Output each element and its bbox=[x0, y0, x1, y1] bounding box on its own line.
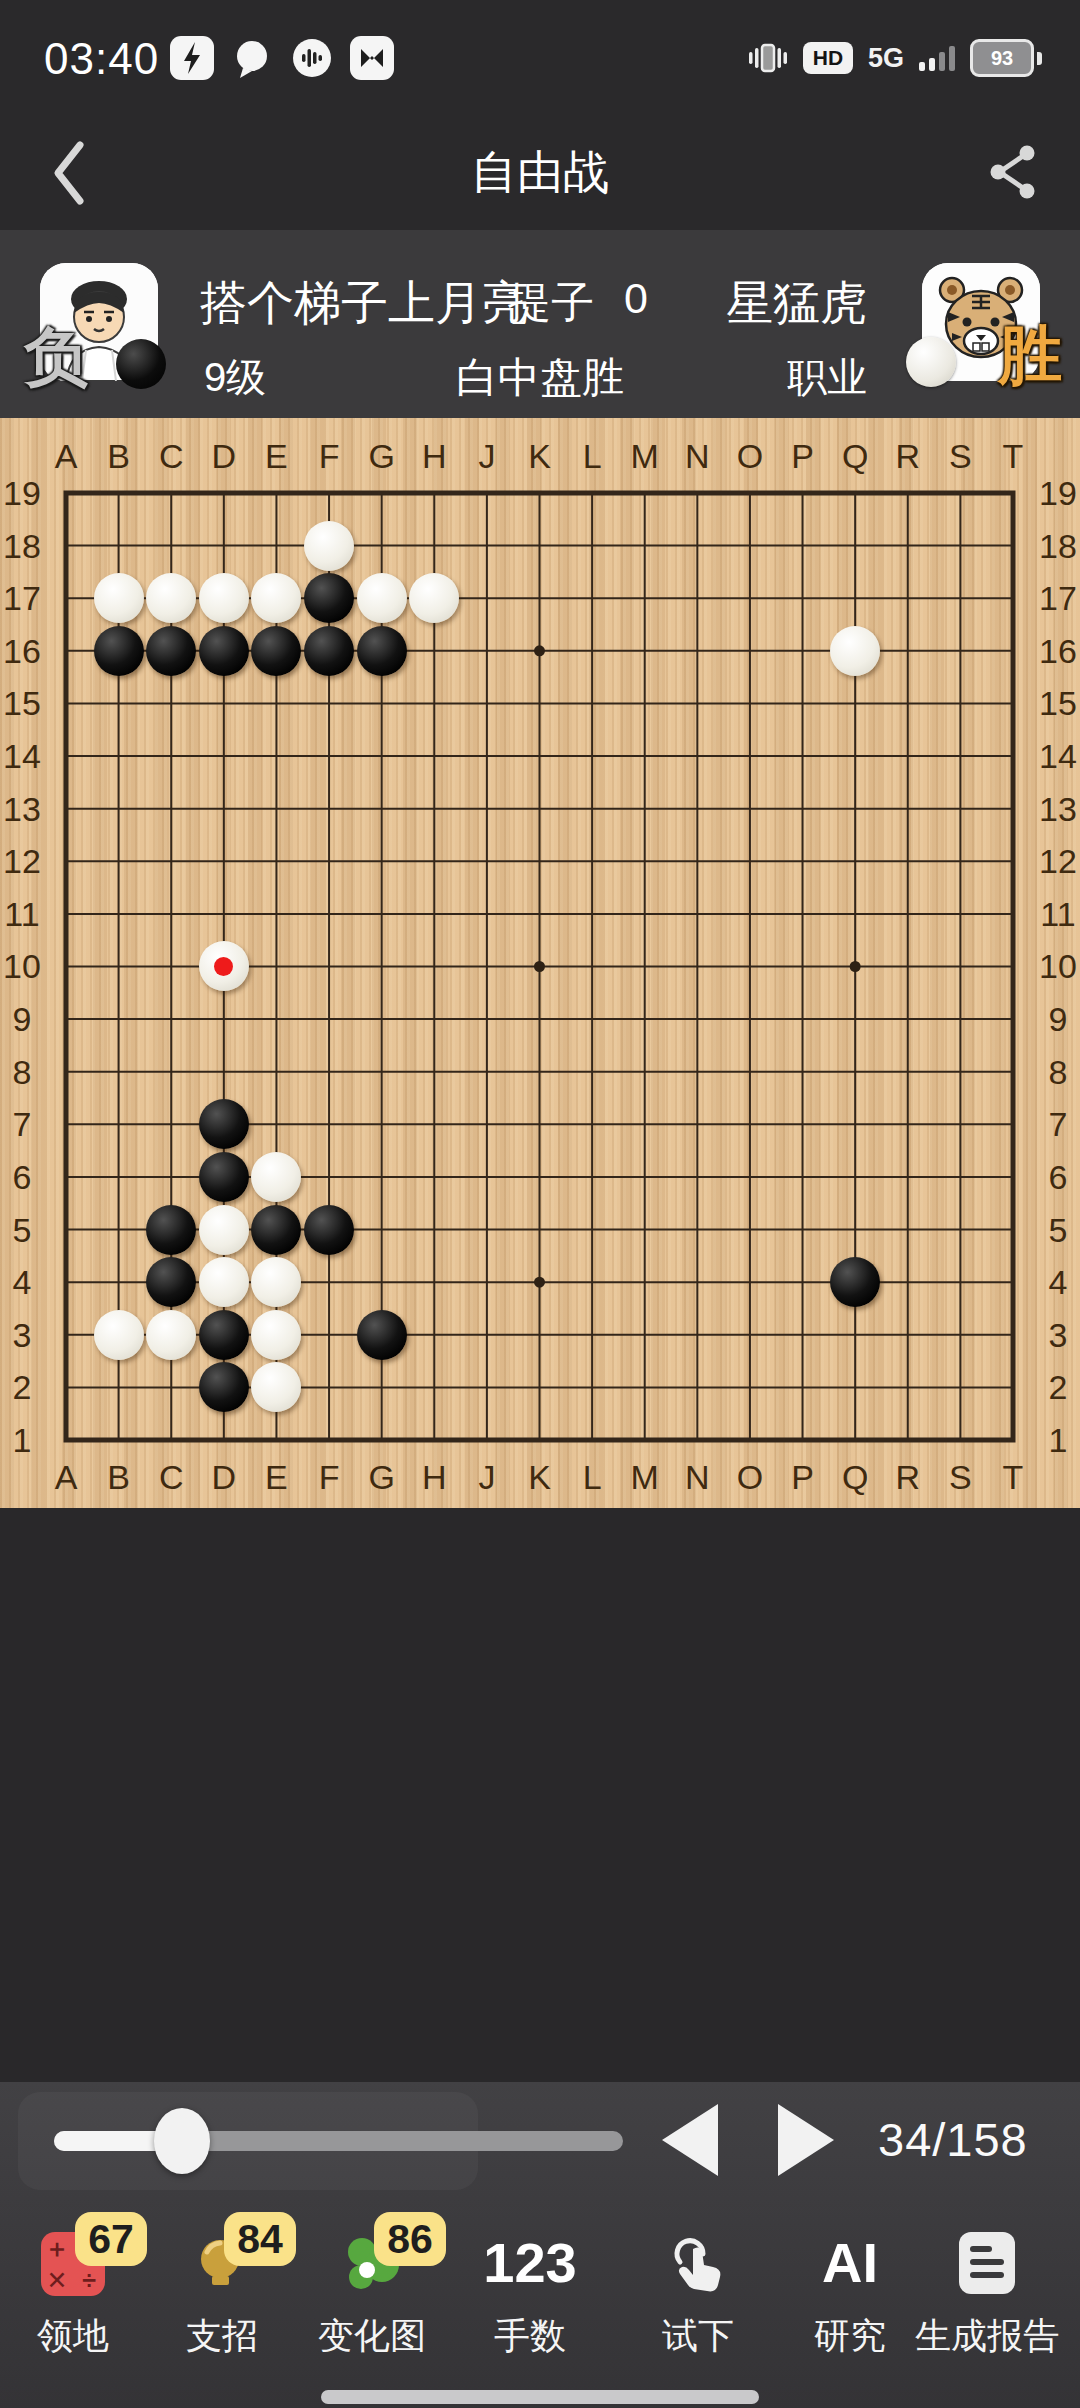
hint-badge: 84 bbox=[224, 2212, 296, 2266]
coord-row-right-2: 2 bbox=[1049, 1368, 1068, 1407]
coord-row-left-17: 17 bbox=[3, 579, 41, 618]
message-icon bbox=[230, 36, 274, 80]
lose-badge: 负 bbox=[24, 314, 88, 401]
coord-col-bottom-D: D bbox=[212, 1458, 237, 1497]
toolbar-item-variation[interactable]: 86 变化图 bbox=[292, 2232, 452, 2361]
stone-white-D10[interactable] bbox=[199, 941, 249, 991]
coord-row-right-14: 14 bbox=[1039, 737, 1077, 776]
coord-col-bottom-K: K bbox=[528, 1458, 551, 1497]
stone-black-F5[interactable] bbox=[304, 1205, 354, 1255]
toolbar-item-territory[interactable]: ＋−✕÷ 67 领地 bbox=[0, 2232, 153, 2361]
toolbar-item-report[interactable]: 生成报告 bbox=[907, 2232, 1067, 2361]
go-board[interactable]: AABBCCDDEEFFGGHHJJKKLLMMNNOOPPQQRRSSTT19… bbox=[0, 418, 1080, 1508]
back-icon bbox=[46, 137, 90, 209]
lightning-icon bbox=[170, 36, 214, 80]
coord-col-bottom-Q: Q bbox=[842, 1458, 868, 1497]
coord-col-top-Q: Q bbox=[842, 437, 868, 476]
coord-row-left-5: 5 bbox=[13, 1210, 32, 1249]
coord-col-bottom-T: T bbox=[1003, 1458, 1024, 1497]
stone-black-D7[interactable] bbox=[199, 1099, 249, 1149]
network-type: 5G bbox=[868, 43, 904, 74]
coord-col-bottom-P: P bbox=[791, 1458, 814, 1497]
coord-col-top-J: J bbox=[478, 437, 495, 476]
stone-black-Q4[interactable] bbox=[830, 1257, 880, 1307]
coord-col-top-K: K bbox=[528, 437, 551, 476]
playback-controls: 34/158 ＋−✕÷ 67 领地 84 支招 bbox=[0, 2082, 1080, 2408]
player-info-bar: 负 搭个梯子上月亮 9级 提子 0 白中盘胜 星猛虎 职业 bbox=[0, 230, 1080, 418]
black-player-name: 搭个梯子上月亮 bbox=[200, 272, 529, 335]
coord-row-right-17: 17 bbox=[1039, 579, 1077, 618]
white-player-name: 星猛虎 bbox=[726, 272, 867, 335]
coord-row-left-19: 19 bbox=[3, 474, 41, 513]
white-player-avatar[interactable]: 胜 bbox=[922, 263, 1040, 381]
battery-icon: 93 bbox=[970, 39, 1042, 77]
stone-black-G16[interactable] bbox=[357, 626, 407, 676]
coord-col-top-A: A bbox=[55, 437, 78, 476]
coord-row-right-18: 18 bbox=[1039, 526, 1077, 565]
stone-black-C5[interactable] bbox=[146, 1205, 196, 1255]
coord-col-top-B: B bbox=[107, 437, 130, 476]
coord-col-top-T: T bbox=[1003, 437, 1024, 476]
win-badge: 胜 bbox=[998, 312, 1062, 399]
coord-row-left-9: 9 bbox=[13, 1000, 32, 1039]
notification-icons bbox=[170, 36, 394, 80]
stone-black-B16[interactable] bbox=[94, 626, 144, 676]
coord-row-left-11: 11 bbox=[4, 894, 39, 933]
stone-white-C3[interactable] bbox=[146, 1310, 196, 1360]
app-icon bbox=[350, 36, 394, 80]
coord-col-bottom-S: S bbox=[949, 1458, 972, 1497]
game-result: 白中盘胜 bbox=[456, 350, 624, 406]
stone-white-D5[interactable] bbox=[199, 1205, 249, 1255]
coord-row-left-14: 14 bbox=[3, 737, 41, 776]
coord-row-right-8: 8 bbox=[1049, 1052, 1068, 1091]
coord-col-bottom-C: C bbox=[159, 1458, 184, 1497]
coord-row-right-13: 13 bbox=[1039, 789, 1077, 828]
stone-white-B3[interactable] bbox=[94, 1310, 144, 1360]
stone-black-D16[interactable] bbox=[199, 626, 249, 676]
coord-row-right-3: 3 bbox=[1049, 1315, 1068, 1354]
black-player-rank: 9级 bbox=[204, 350, 266, 405]
stone-white-D17[interactable] bbox=[199, 573, 249, 623]
coord-col-top-G: G bbox=[368, 437, 394, 476]
coord-row-left-8: 8 bbox=[13, 1052, 32, 1091]
stone-white-G17[interactable] bbox=[357, 573, 407, 623]
stone-black-E16[interactable] bbox=[251, 626, 301, 676]
territory-badge: 67 bbox=[75, 2212, 147, 2266]
white-stone-indicator bbox=[906, 337, 956, 387]
stone-black-F16[interactable] bbox=[304, 626, 354, 676]
coord-row-left-3: 3 bbox=[13, 1315, 32, 1354]
hd-icon: HD bbox=[803, 42, 853, 74]
coord-col-bottom-F: F bbox=[319, 1458, 340, 1497]
coord-row-left-18: 18 bbox=[3, 526, 41, 565]
coord-row-left-16: 16 bbox=[3, 631, 41, 670]
last-move-marker bbox=[214, 957, 233, 976]
stone-black-D6[interactable] bbox=[199, 1152, 249, 1202]
coord-row-right-9: 9 bbox=[1049, 1000, 1068, 1039]
coord-col-top-S: S bbox=[949, 437, 972, 476]
coord-col-bottom-R: R bbox=[895, 1458, 920, 1497]
captures-info: 提子 0 bbox=[508, 274, 648, 332]
coord-row-right-16: 16 bbox=[1039, 631, 1077, 670]
coord-col-bottom-O: O bbox=[737, 1458, 763, 1497]
coord-row-right-19: 19 bbox=[1039, 474, 1077, 513]
toolbar-item-move-numbers[interactable]: 123 手数 bbox=[450, 2232, 610, 2361]
stone-white-Q16[interactable] bbox=[830, 626, 880, 676]
coord-row-right-11: 11 bbox=[1040, 894, 1075, 933]
nav-bar: 自由战 bbox=[0, 115, 1080, 230]
coord-row-right-10: 10 bbox=[1039, 947, 1077, 986]
vibrate-icon bbox=[748, 41, 788, 75]
stone-white-F18[interactable] bbox=[304, 521, 354, 571]
coord-col-top-R: R bbox=[895, 437, 920, 476]
coord-col-top-F: F bbox=[319, 437, 340, 476]
black-stone-indicator bbox=[116, 339, 166, 389]
coord-row-left-15: 15 bbox=[3, 684, 41, 723]
coord-col-top-E: E bbox=[265, 437, 288, 476]
coord-col-bottom-G: G bbox=[368, 1458, 394, 1497]
battery-percent: 93 bbox=[991, 47, 1013, 70]
coord-col-top-O: O bbox=[737, 437, 763, 476]
empty-area bbox=[0, 1508, 1080, 2082]
white-player-rank: 职业 bbox=[787, 350, 867, 405]
coord-row-left-1: 1 bbox=[13, 1420, 32, 1459]
stone-white-E3[interactable] bbox=[251, 1310, 301, 1360]
coord-col-bottom-N: N bbox=[685, 1458, 710, 1497]
coord-row-right-4: 4 bbox=[1049, 1263, 1068, 1302]
stone-black-G3[interactable] bbox=[357, 1310, 407, 1360]
coord-row-left-4: 4 bbox=[13, 1263, 32, 1302]
coord-col-bottom-E: E bbox=[265, 1458, 288, 1497]
coord-row-left-12: 12 bbox=[3, 842, 41, 881]
stone-black-D3[interactable] bbox=[199, 1310, 249, 1360]
move-numbers-icon: 123 bbox=[450, 2232, 610, 2296]
previous-move-button[interactable] bbox=[662, 2104, 718, 2176]
system-status-icons: HD 5G 93 bbox=[748, 36, 1042, 80]
stone-white-D4[interactable] bbox=[199, 1257, 249, 1307]
page-title: 自由战 bbox=[0, 115, 1080, 230]
coord-row-left-13: 13 bbox=[3, 789, 41, 828]
go-app-screen: 03:40 HD 5G 93 自由战 bbox=[0, 0, 1080, 2408]
ai-icon: AI bbox=[770, 2232, 930, 2296]
toolbar-item-hint[interactable]: 84 支招 bbox=[142, 2232, 302, 2361]
progress-slider-handle[interactable] bbox=[154, 2108, 210, 2174]
coord-col-top-N: N bbox=[685, 437, 710, 476]
coord-row-right-7: 7 bbox=[1049, 1105, 1068, 1144]
coord-col-top-C: C bbox=[159, 437, 184, 476]
stone-black-E5[interactable] bbox=[251, 1205, 301, 1255]
stone-black-D2[interactable] bbox=[199, 1362, 249, 1412]
back-button[interactable] bbox=[46, 137, 90, 213]
coord-row-right-6: 6 bbox=[1049, 1157, 1068, 1196]
coord-col-top-L: L bbox=[583, 437, 602, 476]
coord-col-bottom-J: J bbox=[478, 1458, 495, 1497]
black-player-avatar[interactable]: 负 bbox=[40, 263, 158, 381]
toolbar-item-research[interactable]: AI 研究 bbox=[770, 2232, 930, 2361]
coord-col-top-M: M bbox=[631, 437, 659, 476]
voice-icon bbox=[290, 36, 334, 80]
try-move-hand-icon bbox=[666, 2232, 730, 2296]
coord-row-left-10: 10 bbox=[3, 947, 41, 986]
toolbar-item-try-move[interactable]: 试下 bbox=[618, 2232, 778, 2361]
signal-icon bbox=[919, 45, 955, 71]
report-icon bbox=[959, 2232, 1015, 2294]
coord-col-bottom-B: B bbox=[107, 1458, 130, 1497]
coord-col-top-D: D bbox=[212, 437, 237, 476]
share-icon bbox=[986, 143, 1040, 201]
next-move-button[interactable] bbox=[778, 2104, 834, 2176]
clock: 03:40 bbox=[44, 34, 159, 84]
variation-badge: 86 bbox=[374, 2212, 446, 2266]
status-bar: 03:40 HD 5G 93 bbox=[0, 0, 1080, 115]
home-indicator[interactable] bbox=[321, 2390, 759, 2404]
coord-col-bottom-A: A bbox=[55, 1458, 78, 1497]
share-button[interactable] bbox=[986, 143, 1040, 205]
coord-col-top-P: P bbox=[791, 437, 814, 476]
stone-white-B17[interactable] bbox=[94, 573, 144, 623]
coord-row-left-2: 2 bbox=[13, 1368, 32, 1407]
coord-row-right-1: 1 bbox=[1049, 1420, 1068, 1459]
captures-value: 0 bbox=[624, 274, 648, 332]
captures-label: 提子 bbox=[508, 274, 594, 332]
coord-row-right-12: 12 bbox=[1039, 842, 1077, 881]
coord-row-right-5: 5 bbox=[1049, 1210, 1068, 1249]
stone-black-F17[interactable] bbox=[304, 573, 354, 623]
coord-col-top-H: H bbox=[422, 437, 447, 476]
move-counter: 34/158 bbox=[878, 2112, 1068, 2167]
coord-col-bottom-M: M bbox=[631, 1458, 659, 1497]
coord-col-bottom-H: H bbox=[422, 1458, 447, 1497]
coord-row-left-6: 6 bbox=[13, 1157, 32, 1196]
stone-black-C16[interactable] bbox=[146, 626, 196, 676]
coord-col-bottom-L: L bbox=[583, 1458, 602, 1497]
coord-row-right-15: 15 bbox=[1039, 684, 1077, 723]
coord-row-left-7: 7 bbox=[13, 1105, 32, 1144]
